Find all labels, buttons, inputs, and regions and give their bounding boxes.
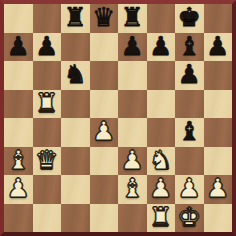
white-bishop-icon: ♝ [7, 147, 30, 173]
square-e4[interactable] [118, 118, 147, 147]
square-f5[interactable] [147, 90, 176, 119]
black-pawn-icon: ♟ [178, 61, 201, 87]
square-f3[interactable]: ♞ [147, 147, 176, 176]
square-b3[interactable]: ♛ [33, 147, 62, 176]
square-d6[interactable] [90, 61, 119, 90]
square-c6[interactable]: ♞ [61, 61, 90, 90]
black-pawn-icon: ♟ [35, 33, 58, 59]
black-rook-icon: ♜ [64, 4, 87, 30]
square-c1[interactable] [61, 204, 90, 233]
square-b2[interactable] [33, 175, 62, 204]
square-g8[interactable]: ♚ [175, 4, 204, 33]
square-g1[interactable]: ♚ [175, 204, 204, 233]
square-b1[interactable] [33, 204, 62, 233]
square-d2[interactable] [90, 175, 119, 204]
square-d4[interactable]: ♟ [90, 118, 119, 147]
square-a5[interactable] [4, 90, 33, 119]
square-h6[interactable] [204, 61, 233, 90]
white-rook-icon: ♜ [149, 204, 172, 230]
square-h5[interactable] [204, 90, 233, 119]
square-a8[interactable] [4, 4, 33, 33]
black-rook-icon: ♜ [121, 4, 144, 30]
white-pawn-icon: ♟ [206, 175, 229, 201]
square-c3[interactable] [61, 147, 90, 176]
white-king-icon: ♚ [178, 204, 201, 230]
black-knight-icon: ♞ [64, 61, 87, 87]
square-a2[interactable]: ♟ [4, 175, 33, 204]
square-h7[interactable]: ♟ [204, 33, 233, 62]
square-c4[interactable] [61, 118, 90, 147]
square-h4[interactable] [204, 118, 233, 147]
black-bishop-icon: ♝ [178, 118, 201, 144]
black-pawn-icon: ♟ [206, 33, 229, 59]
square-c8[interactable]: ♜ [61, 4, 90, 33]
square-a4[interactable] [4, 118, 33, 147]
square-e6[interactable] [118, 61, 147, 90]
square-h8[interactable] [204, 4, 233, 33]
square-a6[interactable] [4, 61, 33, 90]
square-h3[interactable] [204, 147, 233, 176]
black-bishop-icon: ♝ [178, 33, 201, 59]
white-pawn-icon: ♟ [7, 175, 30, 201]
square-g6[interactable]: ♟ [175, 61, 204, 90]
square-f2[interactable]: ♟ [147, 175, 176, 204]
square-d3[interactable] [90, 147, 119, 176]
square-g5[interactable] [175, 90, 204, 119]
chess-board: ♜♛♜♚♟♟♟♟♝♟♞♟♜♟♝♝♛♟♞♟♝♟♟♟♜♚ [0, 0, 236, 236]
square-d1[interactable] [90, 204, 119, 233]
square-g7[interactable]: ♝ [175, 33, 204, 62]
square-b6[interactable] [33, 61, 62, 90]
square-f7[interactable]: ♟ [147, 33, 176, 62]
black-pawn-icon: ♟ [121, 33, 144, 59]
board-grid: ♜♛♜♚♟♟♟♟♝♟♞♟♜♟♝♝♛♟♞♟♝♟♟♟♜♚ [4, 4, 232, 232]
square-d8[interactable]: ♛ [90, 4, 119, 33]
square-e7[interactable]: ♟ [118, 33, 147, 62]
square-a1[interactable] [4, 204, 33, 233]
square-c7[interactable] [61, 33, 90, 62]
square-f1[interactable]: ♜ [147, 204, 176, 233]
square-f4[interactable] [147, 118, 176, 147]
square-e3[interactable]: ♟ [118, 147, 147, 176]
square-d5[interactable] [90, 90, 119, 119]
black-queen-icon: ♛ [92, 4, 115, 30]
square-c5[interactable] [61, 90, 90, 119]
white-knight-icon: ♞ [149, 147, 172, 173]
square-c2[interactable] [61, 175, 90, 204]
square-b8[interactable] [33, 4, 62, 33]
square-h1[interactable] [204, 204, 233, 233]
square-f8[interactable] [147, 4, 176, 33]
square-b5[interactable]: ♜ [33, 90, 62, 119]
white-bishop-icon: ♝ [121, 175, 144, 201]
white-rook-icon: ♜ [35, 90, 58, 116]
square-e1[interactable] [118, 204, 147, 233]
black-king-icon: ♚ [178, 4, 201, 30]
square-e2[interactable]: ♝ [118, 175, 147, 204]
square-a7[interactable]: ♟ [4, 33, 33, 62]
square-g2[interactable]: ♟ [175, 175, 204, 204]
square-b7[interactable]: ♟ [33, 33, 62, 62]
square-e8[interactable]: ♜ [118, 4, 147, 33]
square-b4[interactable] [33, 118, 62, 147]
white-pawn-icon: ♟ [92, 118, 115, 144]
white-pawn-icon: ♟ [149, 175, 172, 201]
white-pawn-icon: ♟ [121, 147, 144, 173]
black-pawn-icon: ♟ [7, 33, 30, 59]
square-f6[interactable] [147, 61, 176, 90]
square-h2[interactable]: ♟ [204, 175, 233, 204]
black-pawn-icon: ♟ [149, 33, 172, 59]
square-e5[interactable] [118, 90, 147, 119]
square-d7[interactable] [90, 33, 119, 62]
square-a3[interactable]: ♝ [4, 147, 33, 176]
square-g4[interactable]: ♝ [175, 118, 204, 147]
square-g3[interactable] [175, 147, 204, 176]
white-pawn-icon: ♟ [178, 175, 201, 201]
white-queen-icon: ♛ [35, 147, 58, 173]
